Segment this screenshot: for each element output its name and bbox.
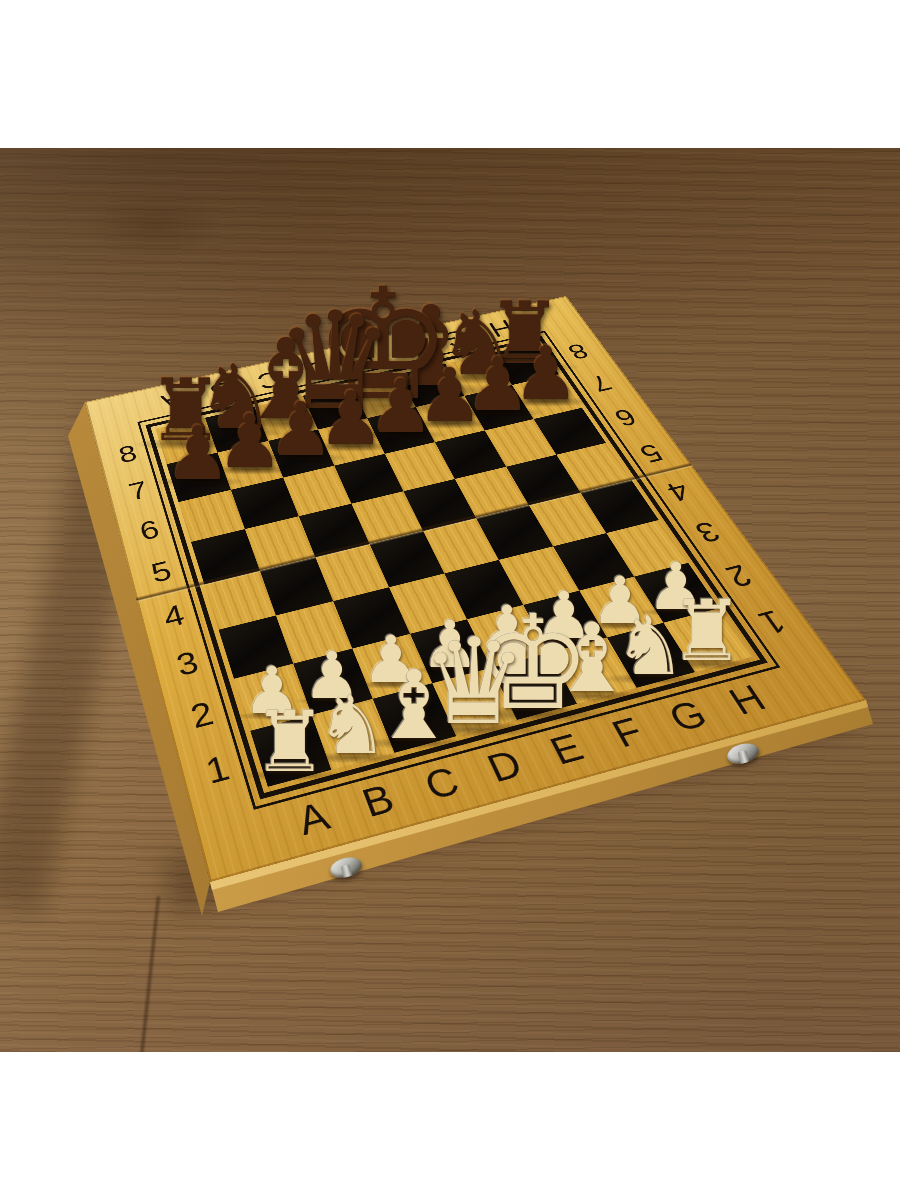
- chess-set-photo: AA88BB77CC66DD55EE44FF33GG22HH11 ♜♞♝♚♟♛♟…: [0, 0, 900, 1200]
- pieces-layer: ♜♞♝♚♟♛♟♝♟♞♟♜♟♟♟♟♟♟♟♟♜♟♞♟♝♟♚♟♛♝♞♜: [0, 148, 900, 1052]
- table-surface: AA88BB77CC66DD55EE44FF33GG22HH11 ♜♞♝♚♟♛♟…: [0, 148, 900, 1052]
- piece-white-rook-a1: ♜: [252, 700, 327, 784]
- piece-black-pawn-a7: ♟: [165, 416, 231, 490]
